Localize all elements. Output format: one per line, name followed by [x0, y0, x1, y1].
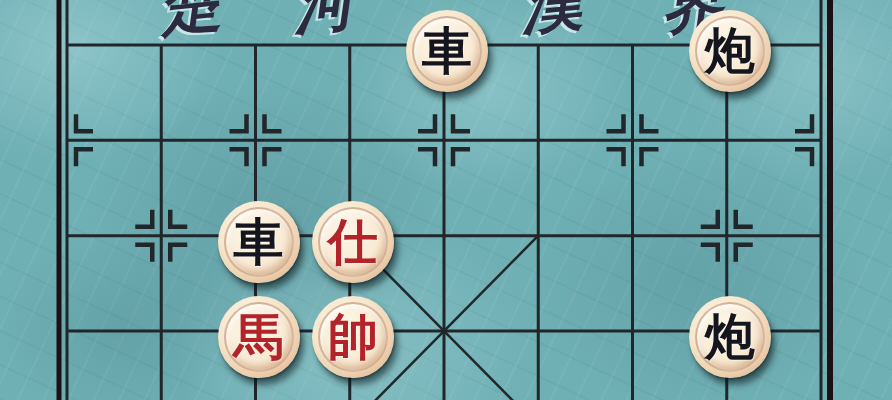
piece-black-chariot[interactable]: 車 — [218, 201, 300, 283]
piece-red-horse[interactable]: 馬 — [218, 296, 300, 378]
pieces-layer: 車炮車仕馬帥炮 — [20, 0, 868, 379]
piece-glyph: 車 — [422, 26, 472, 76]
piece-red-general[interactable]: 帥 — [312, 296, 394, 378]
piece-red-advisor[interactable]: 仕 — [312, 201, 394, 283]
piece-glyph: 車 — [234, 217, 284, 267]
xiangqi-board[interactable]: 楚河漢界 車炮車仕馬帥炮 — [0, 0, 892, 400]
piece-black-chariot[interactable]: 車 — [406, 10, 488, 92]
piece-glyph: 炮 — [705, 26, 755, 76]
piece-black-cannon[interactable]: 炮 — [689, 296, 771, 378]
piece-black-cannon[interactable]: 炮 — [689, 10, 771, 92]
piece-glyph: 馬 — [234, 312, 284, 362]
piece-glyph: 帥 — [328, 312, 378, 362]
piece-glyph: 仕 — [328, 217, 378, 267]
piece-glyph: 炮 — [705, 312, 755, 362]
